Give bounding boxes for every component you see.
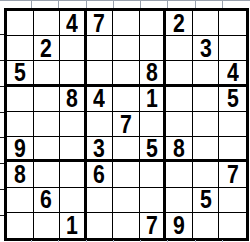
cell-r2c3[interactable]: [60, 36, 87, 61]
given-digit: 8: [14, 162, 26, 187]
spreadsheet-gridline-tick: [195, 0, 196, 8]
cell-r1c2[interactable]: [34, 11, 61, 36]
cell-r8c6[interactable]: [140, 188, 167, 213]
given-digit: 7: [146, 213, 158, 238]
cell-r6c7[interactable]: 8: [166, 137, 193, 162]
spreadsheet-gridline-tick: [113, 0, 114, 8]
given-digit: 7: [120, 112, 132, 137]
given-digit: 5: [146, 137, 158, 161]
cell-r6c3[interactable]: [60, 137, 87, 162]
cell-r5c2[interactable]: [34, 112, 61, 137]
cell-r6c8[interactable]: [193, 137, 220, 162]
cell-r2c8[interactable]: 3: [193, 36, 220, 61]
cell-r3c5[interactable]: [113, 61, 140, 86]
cell-r3c4[interactable]: [87, 61, 114, 86]
spreadsheet-gridline-tick: [0, 137, 4, 138]
spreadsheet-gridline-tick: [31, 0, 32, 8]
cell-r4c3[interactable]: 8: [60, 87, 87, 112]
given-digit: 7: [227, 162, 239, 187]
cell-r1c6[interactable]: [140, 11, 167, 36]
cell-r9c3[interactable]: 1: [60, 213, 87, 238]
cell-r7c1[interactable]: 8: [7, 162, 34, 187]
spreadsheet-gridline-tick: [167, 0, 168, 8]
cell-r4c1[interactable]: [7, 87, 34, 112]
cell-r9c4[interactable]: [87, 213, 114, 238]
cell-r3c7[interactable]: [166, 61, 193, 86]
sudoku-board: 4722358484157935886765179: [4, 8, 249, 241]
cell-r2c6[interactable]: [140, 36, 167, 61]
cell-r7c3[interactable]: [60, 162, 87, 187]
cell-r6c4[interactable]: 3: [87, 137, 114, 162]
given-digit: 8: [66, 87, 78, 112]
cell-r9c8[interactable]: [193, 213, 220, 238]
cell-r2c9[interactable]: [219, 36, 246, 61]
cell-r1c3[interactable]: 4: [60, 11, 87, 36]
cell-r6c5[interactable]: [113, 137, 140, 162]
given-digit: 4: [227, 61, 239, 85]
cell-r2c4[interactable]: [87, 36, 114, 61]
cell-r9c1[interactable]: [7, 213, 34, 238]
spreadsheet-gridline-tick: [222, 0, 223, 8]
cell-r8c2[interactable]: 6: [34, 188, 61, 213]
spreadsheet-gridline-tick: [0, 60, 4, 61]
cell-r9c5[interactable]: [113, 213, 140, 238]
cell-r8c7[interactable]: [166, 188, 193, 213]
cell-r8c9[interactable]: [219, 188, 246, 213]
cell-r5c5[interactable]: 7: [113, 112, 140, 137]
given-digit: 2: [173, 11, 185, 36]
spreadsheet-gridline-tick: [0, 189, 4, 190]
cell-r3c2[interactable]: [34, 61, 61, 86]
cell-r9c7[interactable]: 9: [166, 213, 193, 238]
cell-r2c1[interactable]: [7, 36, 34, 61]
given-digit: 5: [14, 61, 26, 85]
given-digit: 3: [94, 137, 106, 161]
cell-r5c7[interactable]: [166, 112, 193, 137]
cell-r4c9[interactable]: 5: [219, 87, 246, 112]
cell-r1c1[interactable]: [7, 11, 34, 36]
given-digit: 6: [40, 188, 52, 213]
cell-r8c3[interactable]: [60, 188, 87, 213]
spreadsheet-gridline-tick: [0, 215, 4, 216]
cell-r4c2[interactable]: [34, 87, 61, 112]
cell-r9c2[interactable]: [34, 213, 61, 238]
given-digit: 2: [40, 36, 52, 61]
cell-r3c6[interactable]: 8: [140, 61, 167, 86]
cell-r7c5[interactable]: [113, 162, 140, 187]
given-digit: 8: [146, 61, 158, 85]
cell-r1c8[interactable]: [193, 11, 220, 36]
given-digit: 8: [173, 137, 185, 161]
cell-r8c5[interactable]: [113, 188, 140, 213]
cell-r1c4[interactable]: 7: [87, 11, 114, 36]
cell-r7c2[interactable]: [34, 162, 61, 187]
cell-r7c8[interactable]: [193, 162, 220, 187]
cell-r3c1[interactable]: 5: [7, 61, 34, 86]
cell-r2c5[interactable]: [113, 36, 140, 61]
cell-r6c6[interactable]: 5: [140, 137, 167, 162]
given-digit: 4: [66, 11, 78, 36]
cell-r4c7[interactable]: [166, 87, 193, 112]
cell-r3c9[interactable]: 4: [219, 61, 246, 86]
cell-r8c4[interactable]: [87, 188, 114, 213]
cell-r7c9[interactable]: 7: [219, 162, 246, 187]
cell-r4c6[interactable]: 1: [140, 87, 167, 112]
spreadsheet-gridline-tick: [86, 0, 87, 8]
given-digit: 9: [14, 137, 26, 161]
cell-r4c8[interactable]: [193, 87, 220, 112]
spreadsheet-gridline-tick: [0, 34, 4, 35]
cell-r6c9[interactable]: [219, 137, 246, 162]
given-digit: 1: [66, 213, 78, 238]
cell-r9c6[interactable]: 7: [140, 213, 167, 238]
cell-r5c1[interactable]: [7, 112, 34, 137]
cell-r1c9[interactable]: [219, 11, 246, 36]
spreadsheet-canvas: { "game": "sudoku", "board": { "rows": 9…: [0, 0, 250, 242]
cell-r4c4[interactable]: 4: [87, 87, 114, 112]
cell-r1c7[interactable]: 2: [166, 11, 193, 36]
cell-r2c7[interactable]: [166, 36, 193, 61]
cell-r6c1[interactable]: 9: [7, 137, 34, 162]
spreadsheet-gridline-tick: [0, 86, 4, 87]
cell-r7c7[interactable]: [166, 162, 193, 187]
cell-r3c3[interactable]: [60, 61, 87, 86]
spreadsheet-gridline-tick: [140, 0, 141, 8]
spreadsheet-gridline-tick: [58, 0, 59, 8]
cell-r4c5[interactable]: [113, 87, 140, 112]
given-digit: 9: [173, 213, 185, 238]
cell-r5c6[interactable]: [140, 112, 167, 137]
cell-r9c9[interactable]: [219, 213, 246, 238]
cell-r7c4[interactable]: 6: [87, 162, 114, 187]
spreadsheet-gridline-top-edge: [0, 0, 250, 1]
cell-r3c8[interactable]: [193, 61, 220, 86]
cell-r5c4[interactable]: [87, 112, 114, 137]
given-digit: 4: [94, 87, 106, 112]
cell-r8c8[interactable]: 5: [193, 188, 220, 213]
cell-r1c5[interactable]: [113, 11, 140, 36]
cell-r2c2[interactable]: 2: [34, 36, 61, 61]
cell-r8c1[interactable]: [7, 188, 34, 213]
cell-r5c8[interactable]: [193, 112, 220, 137]
cell-r7c6[interactable]: [140, 162, 167, 187]
given-digit: 6: [94, 162, 106, 187]
spreadsheet-gridline-tick: [0, 163, 4, 164]
given-digit: 7: [94, 11, 106, 36]
cell-r5c9[interactable]: [219, 112, 246, 137]
cell-r6c2[interactable]: [34, 137, 61, 162]
spreadsheet-gridline-tick: [0, 112, 4, 113]
given-digit: 5: [227, 87, 239, 112]
given-digit: 5: [200, 188, 212, 213]
given-digit: 1: [146, 87, 158, 112]
cell-r5c3[interactable]: [60, 112, 87, 137]
given-digit: 3: [200, 36, 212, 61]
